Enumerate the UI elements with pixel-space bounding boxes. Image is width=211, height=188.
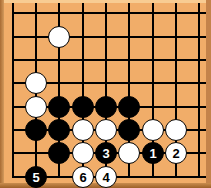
stone-white bbox=[48, 26, 70, 48]
stone-white bbox=[142, 119, 164, 141]
board-frame-right bbox=[206, 0, 211, 188]
board-frame-left bbox=[0, 0, 4, 188]
grid-hline-2 bbox=[12, 36, 211, 38]
stone-white-move-4: 4 bbox=[95, 166, 117, 188]
stone-black-move-3: 3 bbox=[95, 142, 117, 164]
move-number: 1 bbox=[149, 147, 156, 160]
stone-black bbox=[25, 119, 47, 141]
stone-black bbox=[48, 96, 70, 118]
move-number: 5 bbox=[32, 171, 39, 184]
stone-black bbox=[72, 96, 94, 118]
stone-black bbox=[48, 142, 70, 164]
stone-black bbox=[95, 96, 117, 118]
stone-white-move-6: 6 bbox=[72, 166, 94, 188]
stone-black bbox=[48, 119, 70, 141]
stone-black bbox=[118, 96, 140, 118]
move-number: 6 bbox=[79, 171, 86, 184]
move-number: 3 bbox=[102, 147, 109, 160]
stone-black-move-5: 5 bbox=[25, 166, 47, 188]
stone-white bbox=[72, 119, 94, 141]
stone-white bbox=[72, 142, 94, 164]
stone-white bbox=[118, 142, 140, 164]
stone-white bbox=[95, 119, 117, 141]
stone-white bbox=[25, 72, 47, 94]
move-number: 2 bbox=[172, 147, 179, 160]
move-number: 4 bbox=[102, 171, 109, 184]
stone-black-move-1: 1 bbox=[142, 142, 164, 164]
go-diagram: 312564 bbox=[0, 0, 211, 188]
stone-white bbox=[25, 96, 47, 118]
grid-hline-3 bbox=[12, 59, 211, 61]
stone-white bbox=[165, 119, 187, 141]
board-frame-top bbox=[0, 0, 211, 3]
grid-hline-1 bbox=[12, 12, 211, 14]
stone-black bbox=[118, 119, 140, 141]
stone-white-move-2: 2 bbox=[165, 142, 187, 164]
